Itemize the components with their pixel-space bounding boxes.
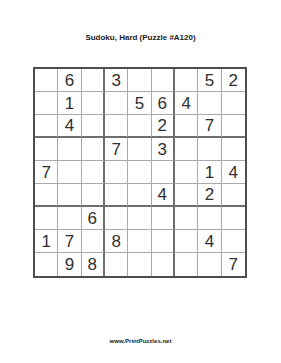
cell-r8c1-given: 1 [35, 230, 58, 253]
cell-r9c8-empty[interactable] [198, 253, 221, 276]
cell-r6c2-empty[interactable] [58, 184, 81, 207]
cell-r2c6-given: 6 [152, 92, 175, 115]
cell-r7c6-empty[interactable] [152, 207, 175, 230]
cell-r8c5-empty[interactable] [128, 230, 151, 253]
cell-r3c3-empty[interactable] [82, 115, 105, 138]
cell-r9c7-empty[interactable] [175, 253, 198, 276]
puzzle-title: Sudoku, Hard (Puzzle #A120) [0, 33, 281, 42]
footer-url: www.PrintPuzzles.net [0, 338, 281, 345]
cell-r6c6-given: 4 [152, 184, 175, 207]
cell-r8c9-empty[interactable] [222, 230, 245, 253]
cell-r4c3-empty[interactable] [82, 138, 105, 161]
cell-r1c2-given: 6 [58, 69, 81, 92]
cell-r5c6-empty[interactable] [152, 161, 175, 184]
cell-r1c3-empty[interactable] [82, 69, 105, 92]
cell-r6c3-empty[interactable] [82, 184, 105, 207]
cell-r7c1-empty[interactable] [35, 207, 58, 230]
cell-r9c6-empty[interactable] [152, 253, 175, 276]
cell-r8c6-empty[interactable] [152, 230, 175, 253]
cell-r5c8-given: 1 [198, 161, 221, 184]
cell-r1c9-given: 2 [222, 69, 245, 92]
cell-r4c1-empty[interactable] [35, 138, 58, 161]
sudoku-board: 63521564427737144261784987 [33, 67, 247, 278]
cell-r7c3-given: 6 [82, 207, 105, 230]
cell-r9c1-empty[interactable] [35, 253, 58, 276]
cell-r9c5-empty[interactable] [128, 253, 151, 276]
cell-r3c6-given: 2 [152, 115, 175, 138]
cell-r3c1-empty[interactable] [35, 115, 58, 138]
cell-r5c9-given: 4 [222, 161, 245, 184]
cell-r4c6-given: 3 [152, 138, 175, 161]
cell-r6c8-given: 2 [198, 184, 221, 207]
cell-r2c2-given: 1 [58, 92, 81, 115]
cell-r5c7-empty[interactable] [175, 161, 198, 184]
cell-r4c4-given: 7 [105, 138, 128, 161]
cell-r5c2-empty[interactable] [58, 161, 81, 184]
cell-r2c9-empty[interactable] [222, 92, 245, 115]
cell-r7c7-empty[interactable] [175, 207, 198, 230]
cell-r7c9-empty[interactable] [222, 207, 245, 230]
cell-r5c5-empty[interactable] [128, 161, 151, 184]
cell-r2c7-given: 4 [175, 92, 198, 115]
cell-r4c7-empty[interactable] [175, 138, 198, 161]
cell-r6c5-empty[interactable] [128, 184, 151, 207]
cell-r1c5-empty[interactable] [128, 69, 151, 92]
cell-r3c7-empty[interactable] [175, 115, 198, 138]
cell-r1c6-empty[interactable] [152, 69, 175, 92]
cell-r8c4-given: 8 [105, 230, 128, 253]
cell-r4c5-empty[interactable] [128, 138, 151, 161]
cell-r4c2-empty[interactable] [58, 138, 81, 161]
cell-r6c1-empty[interactable] [35, 184, 58, 207]
cell-r3c8-given: 7 [198, 115, 221, 138]
cell-r3c9-empty[interactable] [222, 115, 245, 138]
cell-r1c1-empty[interactable] [35, 69, 58, 92]
cell-r3c4-empty[interactable] [105, 115, 128, 138]
cell-r9c4-empty[interactable] [105, 253, 128, 276]
cell-r6c7-empty[interactable] [175, 184, 198, 207]
cell-r4c8-empty[interactable] [198, 138, 221, 161]
cell-r3c5-empty[interactable] [128, 115, 151, 138]
cell-r1c8-given: 5 [198, 69, 221, 92]
cell-r5c3-empty[interactable] [82, 161, 105, 184]
cell-r9c9-given: 7 [222, 253, 245, 276]
cell-r2c3-empty[interactable] [82, 92, 105, 115]
cell-r6c4-empty[interactable] [105, 184, 128, 207]
cell-r8c2-given: 7 [58, 230, 81, 253]
page: { "game": "sudoku", "title": "Sudoku, Ha… [0, 0, 281, 363]
cell-r1c4-given: 3 [105, 69, 128, 92]
cell-r2c4-empty[interactable] [105, 92, 128, 115]
cell-r7c4-empty[interactable] [105, 207, 128, 230]
cell-r6c9-empty[interactable] [222, 184, 245, 207]
cell-r8c7-empty[interactable] [175, 230, 198, 253]
cell-r2c8-empty[interactable] [198, 92, 221, 115]
cell-r5c4-empty[interactable] [105, 161, 128, 184]
cell-r2c5-given: 5 [128, 92, 151, 115]
cell-r8c3-empty[interactable] [82, 230, 105, 253]
cell-r7c2-empty[interactable] [58, 207, 81, 230]
cell-r9c3-given: 8 [82, 253, 105, 276]
cell-r3c2-given: 4 [58, 115, 81, 138]
cell-r2c1-empty[interactable] [35, 92, 58, 115]
cell-r4c9-empty[interactable] [222, 138, 245, 161]
cell-r7c8-empty[interactable] [198, 207, 221, 230]
cell-r5c1-given: 7 [35, 161, 58, 184]
cell-r1c7-empty[interactable] [175, 69, 198, 92]
cell-r8c8-given: 4 [198, 230, 221, 253]
cell-r7c5-empty[interactable] [128, 207, 151, 230]
cell-r9c2-given: 9 [58, 253, 81, 276]
